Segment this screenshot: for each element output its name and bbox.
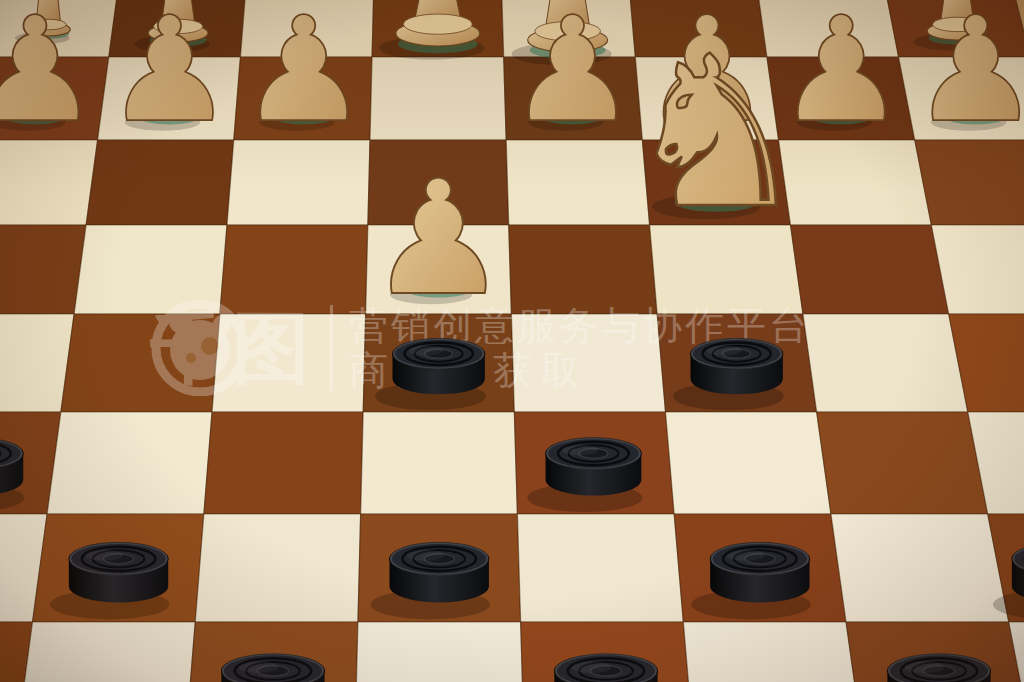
white-pawn-c7: ♟ [239,0,369,154]
black-checker-d4 [375,338,486,410]
white-pawn-d5: ♟ [368,146,510,330]
white-knight-f6: ♞ [623,11,810,254]
black-checker-e1 [535,654,659,682]
stock-photo-stage: 千图 营销创意服务与协作平台 商用请获取 ♟♟♟♟♟♟♟♞♟ [0,0,1024,682]
black-checker-d2 [371,542,490,619]
black-checker-g1 [868,654,992,682]
white-piece-base-h8 [914,0,989,50]
white-pawn-g7: ♟ [776,0,906,154]
black-checker-b2 [50,542,169,619]
white-pawn-h7: ♟ [910,0,1024,154]
pieces-layer: ♟♟♟♟♟♟♟♞♟ [0,0,1024,682]
white-piece-base-b8 [135,0,210,52]
white-piece-base-a8 [15,0,71,44]
white-pawn-b7: ♟ [104,0,234,154]
game-pieces: ♟♟♟♟♟♟♟♞♟ [0,0,1024,682]
black-checker-a3 [0,438,24,512]
white-pawn-e7: ♟ [507,0,637,154]
white-pawn-a7: ♟ [0,0,100,154]
black-checker-e3 [527,438,642,512]
white-piece-base-e8 [512,0,612,65]
white-piece-base-d8 [379,0,484,60]
black-checker-f2 [691,542,810,619]
white-pawn-f7: ♟ [642,0,772,154]
black-checker-c1 [202,654,326,682]
black-checker-f4 [673,338,784,410]
black-checker-h2 [993,542,1024,619]
